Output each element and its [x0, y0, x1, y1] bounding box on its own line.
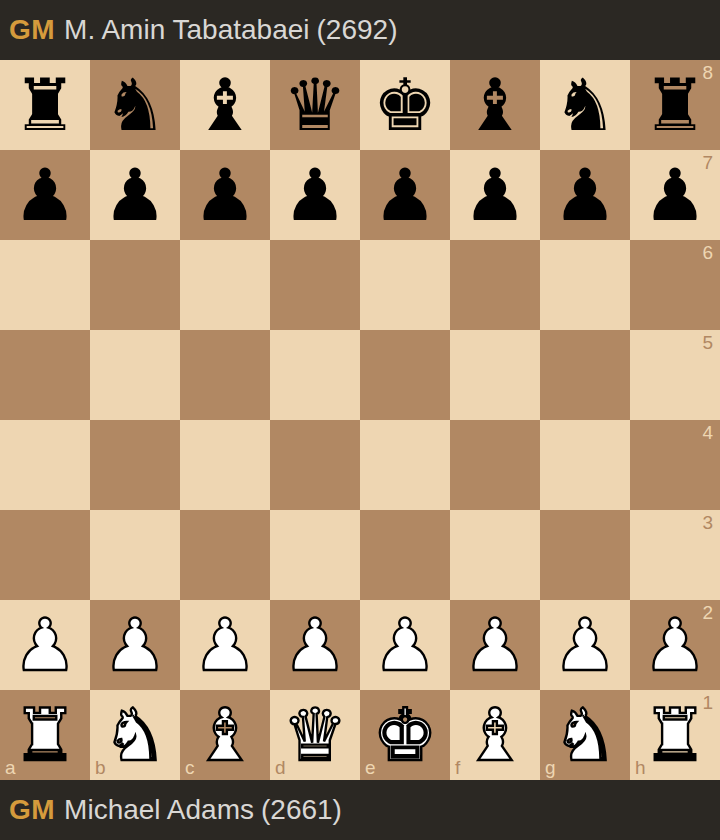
- square-h8[interactable]: 8♜: [630, 60, 720, 150]
- square-c4[interactable]: [180, 420, 270, 510]
- rank-label-4: 4: [702, 422, 713, 444]
- square-e7[interactable]: ♟: [360, 150, 450, 240]
- piece-black-pawn[interactable]: ♟: [463, 150, 528, 240]
- square-d4[interactable]: [270, 420, 360, 510]
- square-d8[interactable]: ♛: [270, 60, 360, 150]
- square-e2[interactable]: ♟: [360, 600, 450, 690]
- square-b7[interactable]: ♟: [90, 150, 180, 240]
- square-e1[interactable]: e♚: [360, 690, 450, 780]
- square-f6[interactable]: [450, 240, 540, 330]
- piece-black-pawn[interactable]: ♟: [283, 150, 348, 240]
- square-h4[interactable]: 4: [630, 420, 720, 510]
- square-e6[interactable]: [360, 240, 450, 330]
- square-a2[interactable]: ♟: [0, 600, 90, 690]
- square-f5[interactable]: [450, 330, 540, 420]
- piece-white-pawn[interactable]: ♟: [643, 600, 708, 690]
- bottom-player-title-badge: GM: [9, 794, 55, 826]
- square-g3[interactable]: [540, 510, 630, 600]
- piece-white-pawn[interactable]: ♟: [553, 600, 618, 690]
- square-a6[interactable]: [0, 240, 90, 330]
- square-b8[interactable]: ♞: [90, 60, 180, 150]
- square-g2[interactable]: ♟: [540, 600, 630, 690]
- square-g4[interactable]: [540, 420, 630, 510]
- square-b2[interactable]: ♟: [90, 600, 180, 690]
- square-h6[interactable]: 6: [630, 240, 720, 330]
- square-e4[interactable]: [360, 420, 450, 510]
- piece-black-king[interactable]: ♚: [373, 60, 438, 150]
- square-c6[interactable]: [180, 240, 270, 330]
- piece-black-pawn[interactable]: ♟: [643, 150, 708, 240]
- rank-label-6: 6: [702, 242, 713, 264]
- piece-black-bishop[interactable]: ♝: [463, 60, 528, 150]
- square-b4[interactable]: [90, 420, 180, 510]
- square-h2[interactable]: 2♟: [630, 600, 720, 690]
- piece-black-queen[interactable]: ♛: [283, 60, 348, 150]
- piece-white-knight[interactable]: ♞: [103, 690, 168, 780]
- top-player-bar: GM M. Amin Tabatabaei (2692): [0, 0, 720, 60]
- piece-white-rook[interactable]: ♜: [13, 690, 78, 780]
- piece-black-knight[interactable]: ♞: [103, 60, 168, 150]
- square-d2[interactable]: ♟: [270, 600, 360, 690]
- square-f4[interactable]: [450, 420, 540, 510]
- square-f8[interactable]: ♝: [450, 60, 540, 150]
- piece-black-pawn[interactable]: ♟: [193, 150, 258, 240]
- square-a3[interactable]: [0, 510, 90, 600]
- square-d5[interactable]: [270, 330, 360, 420]
- square-a4[interactable]: [0, 420, 90, 510]
- rank-label-3: 3: [702, 512, 713, 534]
- square-e8[interactable]: ♚: [360, 60, 450, 150]
- square-c1[interactable]: c♝: [180, 690, 270, 780]
- top-player-title-badge: GM: [9, 14, 55, 46]
- piece-white-bishop[interactable]: ♝: [463, 690, 528, 780]
- square-c7[interactable]: ♟: [180, 150, 270, 240]
- file-label-f: f: [455, 757, 460, 779]
- square-d6[interactable]: [270, 240, 360, 330]
- piece-white-knight[interactable]: ♞: [553, 690, 618, 780]
- square-g5[interactable]: [540, 330, 630, 420]
- square-d7[interactable]: ♟: [270, 150, 360, 240]
- square-g6[interactable]: [540, 240, 630, 330]
- piece-white-pawn[interactable]: ♟: [13, 600, 78, 690]
- square-b3[interactable]: [90, 510, 180, 600]
- square-f7[interactable]: ♟: [450, 150, 540, 240]
- square-e3[interactable]: [360, 510, 450, 600]
- piece-white-rook[interactable]: ♜: [643, 690, 708, 780]
- square-d3[interactable]: [270, 510, 360, 600]
- piece-white-pawn[interactable]: ♟: [103, 600, 168, 690]
- bottom-player-rating: (2661): [261, 794, 342, 826]
- piece-black-pawn[interactable]: ♟: [103, 150, 168, 240]
- square-h5[interactable]: 5: [630, 330, 720, 420]
- square-b5[interactable]: [90, 330, 180, 420]
- square-f3[interactable]: [450, 510, 540, 600]
- square-c5[interactable]: [180, 330, 270, 420]
- square-g1[interactable]: g♞: [540, 690, 630, 780]
- square-g7[interactable]: ♟: [540, 150, 630, 240]
- piece-black-knight[interactable]: ♞: [553, 60, 618, 150]
- chess-board: ♜♞♝♛♚♝♞8♜♟♟♟♟♟♟♟7♟6543♟♟♟♟♟♟♟2♟a♜b♞c♝d♛e…: [0, 60, 720, 780]
- piece-black-pawn[interactable]: ♟: [373, 150, 438, 240]
- square-a7[interactable]: ♟: [0, 150, 90, 240]
- square-d1[interactable]: d♛: [270, 690, 360, 780]
- square-f2[interactable]: ♟: [450, 600, 540, 690]
- square-c8[interactable]: ♝: [180, 60, 270, 150]
- piece-black-rook[interactable]: ♜: [643, 60, 708, 150]
- piece-black-pawn[interactable]: ♟: [13, 150, 78, 240]
- piece-black-rook[interactable]: ♜: [13, 60, 78, 150]
- piece-white-pawn[interactable]: ♟: [193, 600, 258, 690]
- piece-black-bishop[interactable]: ♝: [193, 60, 258, 150]
- top-player-rating: (2692): [317, 14, 398, 46]
- square-b1[interactable]: b♞: [90, 690, 180, 780]
- piece-white-pawn[interactable]: ♟: [373, 600, 438, 690]
- square-a1[interactable]: a♜: [0, 690, 90, 780]
- square-c3[interactable]: [180, 510, 270, 600]
- square-a8[interactable]: ♜: [0, 60, 90, 150]
- piece-white-queen[interactable]: ♛: [283, 690, 348, 780]
- top-player-name: M. Amin Tabatabaei: [64, 14, 309, 46]
- square-g8[interactable]: ♞: [540, 60, 630, 150]
- piece-white-bishop[interactable]: ♝: [193, 690, 258, 780]
- square-a5[interactable]: [0, 330, 90, 420]
- square-b6[interactable]: [90, 240, 180, 330]
- piece-black-pawn[interactable]: ♟: [553, 150, 618, 240]
- square-h7[interactable]: 7♟: [630, 150, 720, 240]
- piece-white-king[interactable]: ♚: [373, 690, 438, 780]
- square-c2[interactable]: ♟: [180, 600, 270, 690]
- bottom-player-name: Michael Adams: [64, 794, 254, 826]
- square-f1[interactable]: f♝: [450, 690, 540, 780]
- piece-white-pawn[interactable]: ♟: [283, 600, 348, 690]
- square-h1[interactable]: 1h♜: [630, 690, 720, 780]
- piece-white-pawn[interactable]: ♟: [463, 600, 528, 690]
- square-h3[interactable]: 3: [630, 510, 720, 600]
- rank-label-5: 5: [702, 332, 713, 354]
- bottom-player-bar: GM Michael Adams (2661): [0, 780, 720, 840]
- square-e5[interactable]: [360, 330, 450, 420]
